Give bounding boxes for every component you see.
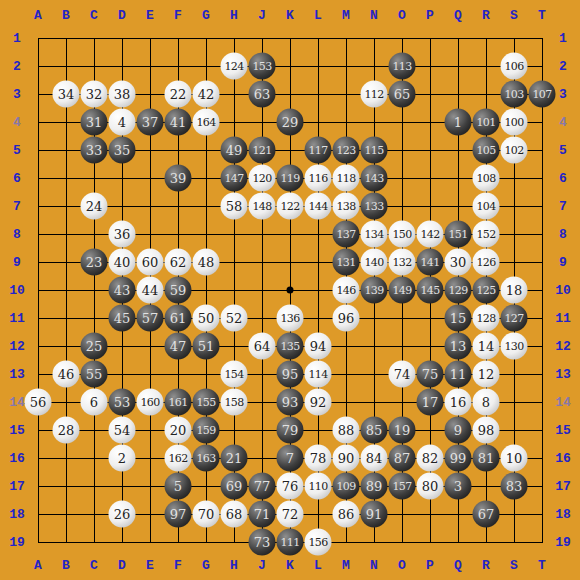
stone-F16: 162 — [165, 445, 192, 472]
stone-G15: 159 — [193, 417, 220, 444]
row-label-right-8: 8 — [559, 227, 567, 242]
move-number: 30 — [450, 256, 467, 269]
stone-H13: 154 — [221, 361, 248, 388]
col-label-bottom-H: H — [230, 558, 238, 573]
move-number: 32 — [86, 88, 103, 101]
col-label-top-E: E — [146, 8, 154, 23]
col-label-top-F: F — [174, 8, 182, 23]
move-number: 154 — [224, 369, 243, 380]
col-label-bottom-R: R — [482, 558, 490, 573]
stone-D18: 26 — [109, 501, 136, 528]
move-number: 24 — [86, 200, 103, 213]
stone-D16: 2 — [109, 445, 136, 472]
move-number: 59 — [170, 284, 187, 297]
stone-N15: 85 — [361, 417, 388, 444]
stone-N18: 91 — [361, 501, 388, 528]
stone-G16: 163 — [193, 445, 220, 472]
stone-F12: 47 — [165, 333, 192, 360]
move-number: 56 — [30, 396, 47, 409]
stone-H6: 147 — [221, 165, 248, 192]
row-label-left-18: 18 — [9, 507, 25, 522]
stone-S12: 130 — [501, 333, 528, 360]
stone-O10: 149 — [389, 277, 416, 304]
stone-S3: 103 — [501, 81, 528, 108]
stone-L16: 78 — [305, 445, 332, 472]
stone-F3: 22 — [165, 81, 192, 108]
stone-B3: 34 — [53, 81, 80, 108]
move-number: 19 — [394, 424, 411, 437]
move-number: 8 — [482, 396, 490, 409]
move-number: 159 — [196, 425, 215, 436]
move-number: 90 — [338, 452, 355, 465]
stone-R8: 152 — [473, 221, 500, 248]
stone-G18: 70 — [193, 501, 220, 528]
stone-N7: 133 — [361, 193, 388, 220]
stone-K7: 122 — [277, 193, 304, 220]
stone-R13: 12 — [473, 361, 500, 388]
stone-L13: 114 — [305, 361, 332, 388]
stone-K6: 119 — [277, 165, 304, 192]
move-number: 80 — [422, 480, 439, 493]
move-number: 83 — [506, 480, 523, 493]
stone-O13: 74 — [389, 361, 416, 388]
move-number: 67 — [478, 508, 495, 521]
move-number: 130 — [504, 341, 523, 352]
stone-O3: 65 — [389, 81, 416, 108]
row-label-right-19: 19 — [555, 535, 571, 550]
stone-L12: 94 — [305, 333, 332, 360]
move-number: 16 — [450, 396, 467, 409]
move-number: 102 — [504, 145, 523, 156]
stone-K15: 79 — [277, 417, 304, 444]
move-number: 23 — [86, 256, 103, 269]
move-number: 37 — [142, 116, 159, 129]
stone-J17: 77 — [249, 473, 276, 500]
stone-M7: 138 — [333, 193, 360, 220]
move-number: 62 — [170, 256, 187, 269]
stone-E4: 37 — [137, 109, 164, 136]
move-number: 131 — [336, 257, 355, 268]
stone-Q4: 1 — [445, 109, 472, 136]
move-number: 63 — [254, 88, 271, 101]
stone-M18: 86 — [333, 501, 360, 528]
stone-J7: 148 — [249, 193, 276, 220]
move-number: 69 — [226, 480, 243, 493]
stone-J12: 64 — [249, 333, 276, 360]
stone-M15: 88 — [333, 417, 360, 444]
stone-S11: 127 — [501, 305, 528, 332]
row-label-left-17: 17 — [9, 479, 25, 494]
move-number: 125 — [476, 285, 495, 296]
move-number: 72 — [282, 508, 299, 521]
stone-G11: 50 — [193, 305, 220, 332]
move-number: 126 — [476, 257, 495, 268]
row-label-left-10: 10 — [9, 283, 25, 298]
stone-R7: 104 — [473, 193, 500, 220]
col-label-bottom-K: K — [286, 558, 294, 573]
move-number: 81 — [478, 452, 495, 465]
move-number: 156 — [308, 537, 327, 548]
move-number: 147 — [224, 173, 243, 184]
stone-M8: 137 — [333, 221, 360, 248]
stone-H17: 69 — [221, 473, 248, 500]
move-number: 43 — [114, 284, 131, 297]
move-number: 55 — [86, 368, 103, 381]
move-number: 77 — [254, 480, 271, 493]
move-number: 132 — [392, 257, 411, 268]
move-number: 93 — [282, 396, 299, 409]
move-number: 35 — [114, 144, 131, 157]
move-number: 3 — [454, 480, 462, 493]
col-label-bottom-M: M — [342, 558, 350, 573]
move-number: 153 — [252, 61, 271, 72]
move-number: 111 — [280, 537, 299, 548]
move-number: 75 — [422, 368, 439, 381]
move-number: 155 — [196, 397, 215, 408]
move-number: 96 — [338, 312, 355, 325]
stone-N5: 115 — [361, 137, 388, 164]
move-number: 17 — [422, 396, 439, 409]
move-number: 97 — [170, 508, 187, 521]
move-number: 114 — [308, 369, 327, 380]
stone-C9: 23 — [81, 249, 108, 276]
row-label-left-15: 15 — [9, 423, 25, 438]
move-number: 87 — [394, 452, 411, 465]
col-label-top-L: L — [314, 8, 322, 23]
move-number: 98 — [478, 424, 495, 437]
stone-Q10: 129 — [445, 277, 472, 304]
row-label-left-4: 4 — [13, 115, 21, 130]
stone-D10: 43 — [109, 277, 136, 304]
move-number: 74 — [394, 368, 411, 381]
stone-R11: 128 — [473, 305, 500, 332]
stone-N10: 139 — [361, 277, 388, 304]
move-number: 107 — [532, 89, 551, 100]
stone-M6: 118 — [333, 165, 360, 192]
stone-R6: 108 — [473, 165, 500, 192]
row-label-right-14: 14 — [555, 395, 571, 410]
move-number: 135 — [280, 341, 299, 352]
move-number: 42 — [198, 88, 215, 101]
stone-J2: 153 — [249, 53, 276, 80]
move-number: 146 — [336, 285, 355, 296]
stone-N16: 84 — [361, 445, 388, 472]
move-number: 70 — [198, 508, 215, 521]
move-number: 86 — [338, 508, 355, 521]
move-number: 85 — [366, 424, 383, 437]
col-label-bottom-A: A — [34, 558, 42, 573]
stone-D15: 54 — [109, 417, 136, 444]
move-number: 122 — [280, 201, 299, 212]
stone-N8: 134 — [361, 221, 388, 248]
col-label-bottom-Q: Q — [454, 558, 462, 573]
move-number: 164 — [196, 117, 215, 128]
move-number: 15 — [450, 312, 467, 325]
row-label-right-7: 7 — [559, 199, 567, 214]
move-number: 46 — [58, 368, 75, 381]
move-number: 143 — [364, 173, 383, 184]
stone-L14: 92 — [305, 389, 332, 416]
move-number: 109 — [336, 481, 355, 492]
row-label-right-5: 5 — [559, 143, 567, 158]
col-label-bottom-E: E — [146, 558, 154, 573]
stone-H16: 21 — [221, 445, 248, 472]
stone-R5: 105 — [473, 137, 500, 164]
move-number: 89 — [366, 480, 383, 493]
move-number: 150 — [392, 229, 411, 240]
stone-J18: 71 — [249, 501, 276, 528]
row-label-right-1: 1 — [559, 31, 567, 46]
col-label-bottom-C: C — [90, 558, 98, 573]
move-number: 113 — [392, 61, 411, 72]
move-number: 120 — [252, 173, 271, 184]
row-label-right-17: 17 — [555, 479, 571, 494]
move-number: 94 — [310, 340, 327, 353]
stone-H11: 52 — [221, 305, 248, 332]
stone-G3: 42 — [193, 81, 220, 108]
stone-L17: 110 — [305, 473, 332, 500]
stone-C3: 32 — [81, 81, 108, 108]
stone-K4: 29 — [277, 109, 304, 136]
move-number: 53 — [114, 396, 131, 409]
stone-E10: 44 — [137, 277, 164, 304]
move-number: 119 — [280, 173, 299, 184]
move-number: 112 — [364, 89, 383, 100]
move-number: 29 — [282, 116, 299, 129]
move-number: 57 — [142, 312, 159, 325]
row-label-right-15: 15 — [555, 423, 571, 438]
stone-C12: 25 — [81, 333, 108, 360]
move-number: 134 — [364, 229, 383, 240]
stone-G4: 164 — [193, 109, 220, 136]
stone-K14: 93 — [277, 389, 304, 416]
move-number: 61 — [170, 312, 187, 325]
stone-M16: 90 — [333, 445, 360, 472]
stone-F17: 5 — [165, 473, 192, 500]
stone-P8: 142 — [417, 221, 444, 248]
stone-M5: 123 — [333, 137, 360, 164]
row-label-right-16: 16 — [555, 451, 571, 466]
col-label-bottom-B: B — [62, 558, 70, 573]
move-number: 13 — [450, 340, 467, 353]
move-number: 144 — [308, 201, 327, 212]
move-number: 9 — [454, 424, 462, 437]
col-label-bottom-S: S — [510, 558, 518, 573]
stone-S2: 106 — [501, 53, 528, 80]
move-number: 161 — [168, 397, 187, 408]
move-number: 34 — [58, 88, 75, 101]
move-number: 4 — [118, 116, 126, 129]
col-label-bottom-L: L — [314, 558, 322, 573]
go-kifu-screen: 1234567891011121314151617181920212223242… — [0, 0, 580, 580]
stone-O17: 157 — [389, 473, 416, 500]
move-number: 140 — [364, 257, 383, 268]
move-number: 104 — [476, 201, 495, 212]
move-number: 116 — [308, 173, 327, 184]
col-label-bottom-T: T — [538, 558, 546, 573]
move-number: 103 — [504, 89, 523, 100]
move-number: 110 — [308, 481, 327, 492]
stone-Q16: 99 — [445, 445, 472, 472]
col-label-top-G: G — [202, 8, 210, 23]
stone-Q11: 15 — [445, 305, 472, 332]
move-number: 121 — [252, 145, 271, 156]
stone-F11: 61 — [165, 305, 192, 332]
move-number: 91 — [366, 508, 383, 521]
row-label-right-6: 6 — [559, 171, 567, 186]
stone-D14: 53 — [109, 389, 136, 416]
row-label-left-8: 8 — [13, 227, 21, 242]
move-number: 163 — [196, 453, 215, 464]
stone-P13: 75 — [417, 361, 444, 388]
move-number: 151 — [448, 229, 467, 240]
stone-Q8: 151 — [445, 221, 472, 248]
stone-D8: 36 — [109, 221, 136, 248]
stone-G12: 51 — [193, 333, 220, 360]
move-number: 106 — [504, 61, 523, 72]
stone-M9: 131 — [333, 249, 360, 276]
move-number: 95 — [282, 368, 299, 381]
move-number: 64 — [254, 340, 271, 353]
stone-D11: 45 — [109, 305, 136, 332]
move-number: 99 — [450, 452, 467, 465]
move-number: 52 — [226, 312, 243, 325]
stone-A14: 56 — [25, 389, 52, 416]
stone-D4: 4 — [109, 109, 136, 136]
move-number: 47 — [170, 340, 187, 353]
move-number: 11 — [450, 368, 467, 381]
stone-E9: 60 — [137, 249, 164, 276]
stone-K11: 136 — [277, 305, 304, 332]
row-label-left-14: 14 — [9, 395, 25, 410]
move-number: 157 — [392, 481, 411, 492]
row-label-left-19: 19 — [9, 535, 25, 550]
move-number: 31 — [86, 116, 103, 129]
stone-R14: 8 — [473, 389, 500, 416]
col-label-bottom-O: O — [398, 558, 406, 573]
stone-E14: 160 — [137, 389, 164, 416]
stone-D3: 38 — [109, 81, 136, 108]
row-label-right-9: 9 — [559, 255, 567, 270]
move-number: 20 — [170, 424, 187, 437]
col-label-top-B: B — [62, 8, 70, 23]
move-number: 79 — [282, 424, 299, 437]
stone-O2: 113 — [389, 53, 416, 80]
move-number: 36 — [114, 228, 131, 241]
move-number: 45 — [114, 312, 131, 325]
col-label-top-J: J — [258, 8, 266, 23]
move-number: 124 — [224, 61, 243, 72]
move-number: 51 — [198, 340, 215, 353]
stone-C4: 31 — [81, 109, 108, 136]
stone-P9: 141 — [417, 249, 444, 276]
move-number: 68 — [226, 508, 243, 521]
stone-K16: 7 — [277, 445, 304, 472]
row-label-left-11: 11 — [9, 311, 25, 326]
move-number: 108 — [476, 173, 495, 184]
move-number: 152 — [476, 229, 495, 240]
move-number: 44 — [142, 284, 159, 297]
stone-G14: 155 — [193, 389, 220, 416]
move-number: 142 — [420, 229, 439, 240]
stone-R12: 14 — [473, 333, 500, 360]
move-number: 10 — [506, 452, 523, 465]
move-number: 123 — [336, 145, 355, 156]
stone-J5: 121 — [249, 137, 276, 164]
move-number: 100 — [504, 117, 523, 128]
move-number: 49 — [226, 144, 243, 157]
move-number: 162 — [168, 453, 187, 464]
stone-Q17: 3 — [445, 473, 472, 500]
stone-P10: 145 — [417, 277, 444, 304]
move-number: 138 — [336, 201, 355, 212]
col-label-top-S: S — [510, 8, 518, 23]
row-label-right-3: 3 — [559, 87, 567, 102]
stone-N6: 143 — [361, 165, 388, 192]
move-number: 145 — [420, 285, 439, 296]
move-number: 84 — [366, 452, 383, 465]
row-label-right-2: 2 — [559, 59, 567, 74]
move-number: 40 — [114, 256, 131, 269]
move-number: 71 — [254, 508, 271, 521]
col-label-top-P: P — [426, 8, 434, 23]
col-label-bottom-F: F — [174, 558, 182, 573]
stone-C5: 33 — [81, 137, 108, 164]
col-label-top-N: N — [370, 8, 378, 23]
stone-L19: 156 — [305, 529, 332, 556]
move-number: 60 — [142, 256, 159, 269]
stone-F6: 39 — [165, 165, 192, 192]
stone-J19: 73 — [249, 529, 276, 556]
stone-O15: 19 — [389, 417, 416, 444]
stone-O9: 132 — [389, 249, 416, 276]
move-number: 101 — [476, 117, 495, 128]
stone-P14: 17 — [417, 389, 444, 416]
row-label-right-18: 18 — [555, 507, 571, 522]
stone-H7: 58 — [221, 193, 248, 220]
col-label-top-O: O — [398, 8, 406, 23]
move-number: 73 — [254, 536, 271, 549]
move-number: 139 — [364, 285, 383, 296]
stone-M17: 109 — [333, 473, 360, 500]
row-label-left-9: 9 — [13, 255, 21, 270]
stone-R18: 67 — [473, 501, 500, 528]
move-number: 18 — [506, 284, 523, 297]
stone-M10: 146 — [333, 277, 360, 304]
move-number: 78 — [310, 452, 327, 465]
col-label-bottom-G: G — [202, 558, 210, 573]
move-number: 141 — [420, 257, 439, 268]
stone-L6: 116 — [305, 165, 332, 192]
stone-O16: 87 — [389, 445, 416, 472]
row-label-left-6: 6 — [13, 171, 21, 186]
stone-S10: 18 — [501, 277, 528, 304]
stone-H18: 68 — [221, 501, 248, 528]
col-label-top-C: C — [90, 8, 98, 23]
stone-F10: 59 — [165, 277, 192, 304]
stone-Q12: 13 — [445, 333, 472, 360]
move-number: 76 — [282, 480, 299, 493]
row-label-right-4: 4 — [559, 115, 567, 130]
stone-N3: 112 — [361, 81, 388, 108]
move-number: 115 — [364, 145, 383, 156]
row-label-left-12: 12 — [9, 339, 25, 354]
stone-O8: 150 — [389, 221, 416, 248]
stone-B13: 46 — [53, 361, 80, 388]
stone-R15: 98 — [473, 417, 500, 444]
move-number: 118 — [336, 173, 355, 184]
stone-D5: 35 — [109, 137, 136, 164]
